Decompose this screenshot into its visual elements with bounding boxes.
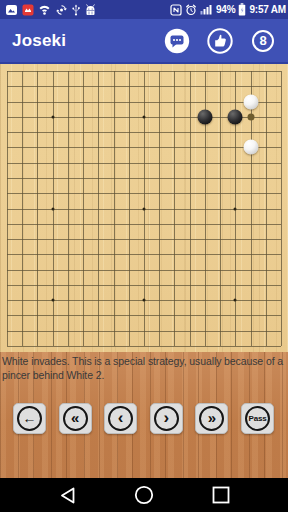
nfc-icon bbox=[170, 4, 182, 16]
star-point bbox=[234, 207, 237, 210]
chevron-left-icon: ‹ bbox=[108, 406, 133, 431]
black-stone-O16 bbox=[197, 109, 212, 124]
pass-label: Pass bbox=[245, 406, 270, 431]
app-bar-actions: 8 bbox=[164, 28, 276, 54]
recents-icon[interactable] bbox=[212, 486, 230, 504]
battery-percent: 94% bbox=[216, 4, 235, 15]
battery-icon bbox=[238, 3, 246, 16]
like-button[interactable] bbox=[207, 28, 233, 54]
chat-bubble-icon bbox=[164, 28, 190, 54]
first-move-button[interactable]: ← bbox=[13, 403, 46, 434]
android-nav-bar bbox=[0, 478, 288, 512]
double-chevron-right-icon: » bbox=[199, 406, 224, 431]
star-point bbox=[234, 299, 237, 302]
white-stone-R14 bbox=[243, 140, 258, 155]
wifi-calling-icon bbox=[38, 4, 51, 16]
next-move-marker bbox=[247, 113, 254, 120]
go-board[interactable] bbox=[0, 64, 288, 352]
joseki-comment: White invades. This is a special strateg… bbox=[0, 352, 288, 382]
screenshot-icon bbox=[5, 4, 18, 16]
move-count-label: 8 bbox=[259, 33, 266, 48]
next-move-button[interactable]: › bbox=[150, 403, 183, 434]
star-point bbox=[143, 115, 146, 118]
star-point bbox=[143, 299, 146, 302]
home-icon[interactable] bbox=[134, 485, 154, 505]
usb-debugging-icon bbox=[84, 4, 97, 16]
signal-icon bbox=[200, 4, 213, 15]
move-controls: ← « ‹ › » Pass bbox=[13, 403, 274, 434]
sync-icon bbox=[55, 4, 68, 16]
move-count-badge[interactable]: 8 bbox=[250, 28, 276, 54]
alarm-icon bbox=[185, 4, 197, 16]
left-arrow-icon: ← bbox=[17, 406, 42, 431]
white-stone-R17 bbox=[243, 94, 258, 109]
back-icon[interactable] bbox=[59, 486, 76, 505]
thumbs-up-icon bbox=[207, 28, 233, 54]
star-point bbox=[143, 207, 146, 210]
status-icons-right: 94% 9:57 AM bbox=[170, 3, 286, 16]
lower-panel: White invades. This is a special strateg… bbox=[0, 352, 288, 478]
go-board-grid bbox=[7, 71, 281, 346]
screen: 94% 9:57 AM Joseki bbox=[0, 0, 288, 512]
clock-text: 9:57 AM bbox=[249, 4, 286, 15]
black-stone-Q16 bbox=[228, 109, 243, 124]
status-bar: 94% 9:57 AM bbox=[0, 0, 288, 19]
status-icons-left bbox=[5, 4, 97, 16]
page-title: Joseki bbox=[12, 31, 66, 51]
star-point bbox=[51, 207, 54, 210]
star-point bbox=[51, 299, 54, 302]
app-bar: Joseki 8 bbox=[0, 19, 288, 64]
pass-button[interactable]: Pass bbox=[241, 403, 274, 434]
double-chevron-left-icon: « bbox=[63, 406, 88, 431]
fast-forward-button[interactable]: » bbox=[195, 403, 228, 434]
chevron-right-icon: › bbox=[154, 406, 179, 431]
usb-icon bbox=[72, 4, 80, 16]
star-point bbox=[51, 115, 54, 118]
comment-button[interactable] bbox=[164, 28, 190, 54]
red-app-icon bbox=[22, 4, 34, 16]
previous-move-button[interactable]: ‹ bbox=[104, 403, 137, 434]
fast-backward-button[interactable]: « bbox=[59, 403, 92, 434]
